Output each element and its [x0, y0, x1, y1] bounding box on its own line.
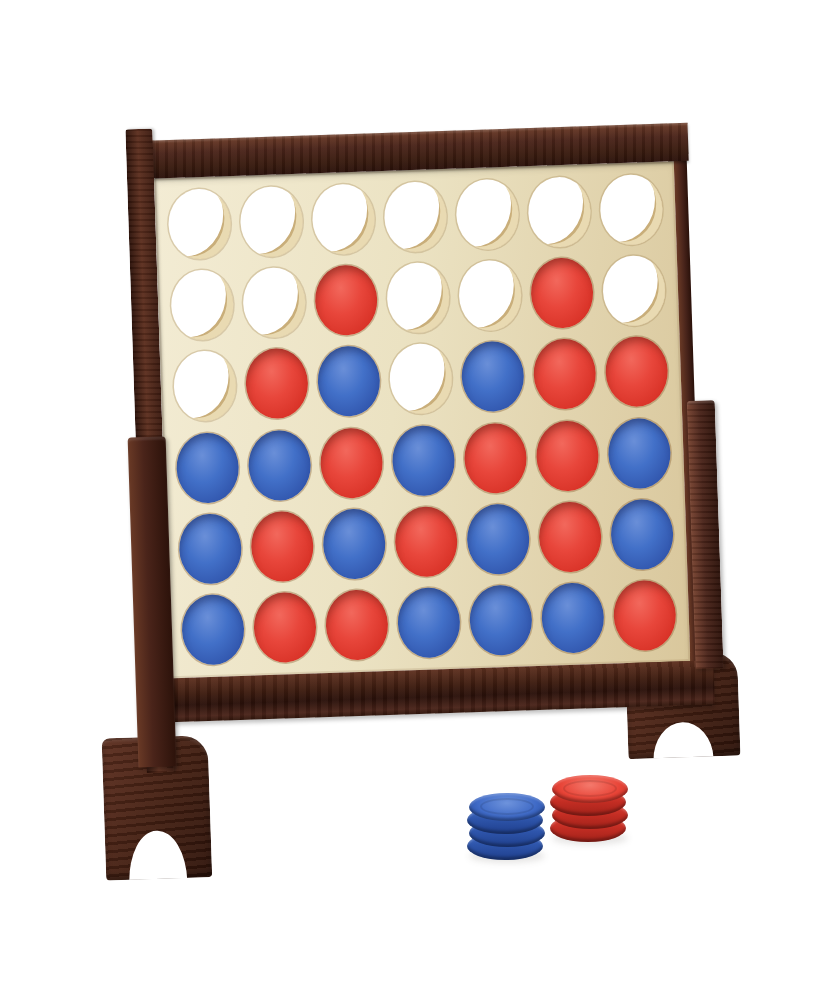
empty-hole	[170, 269, 234, 341]
cell-r3c4[interactable]	[384, 337, 459, 421]
blue-disc	[176, 432, 240, 504]
red-disc	[605, 336, 669, 408]
cell-r6c7[interactable]	[607, 574, 682, 658]
cell-r2c2[interactable]	[237, 261, 312, 345]
cell-r4c2[interactable]	[242, 423, 317, 507]
empty-hole	[239, 185, 303, 257]
empty-hole	[386, 262, 450, 334]
empty-hole	[389, 343, 453, 415]
blue-disc	[541, 582, 605, 654]
empty-hole	[458, 259, 522, 331]
blue-disc	[247, 429, 311, 501]
red-disc	[394, 506, 458, 578]
cell-r5c4[interactable]	[389, 500, 464, 584]
cell-r4c6[interactable]	[530, 414, 605, 498]
cell-r2c7[interactable]	[597, 249, 672, 333]
blue-disc	[317, 346, 381, 418]
cell-r1c6[interactable]	[522, 170, 597, 254]
empty-hole	[167, 188, 231, 260]
red-disc	[314, 264, 378, 336]
empty-hole	[242, 267, 306, 339]
cell-r2c5[interactable]	[453, 254, 528, 338]
blue-disc	[391, 424, 455, 496]
red-disc	[245, 348, 309, 420]
cell-r5c3[interactable]	[317, 502, 392, 586]
board-grid	[154, 161, 690, 678]
cell-r3c3[interactable]	[312, 340, 387, 424]
red-disc	[530, 257, 594, 329]
empty-hole	[383, 181, 447, 253]
cell-r3c6[interactable]	[527, 333, 602, 417]
empty-hole	[173, 350, 237, 422]
red-disc	[535, 420, 599, 492]
cell-r2c6[interactable]	[525, 251, 600, 335]
cell-r1c5[interactable]	[450, 172, 525, 256]
cell-r1c1[interactable]	[162, 182, 237, 266]
cell-r4c5[interactable]	[458, 416, 533, 500]
cell-r4c1[interactable]	[170, 426, 245, 510]
cell-r4c7[interactable]	[602, 411, 677, 495]
cell-r3c7[interactable]	[599, 330, 674, 414]
cell-r3c2[interactable]	[240, 342, 315, 426]
cell-r2c4[interactable]	[381, 256, 456, 340]
empty-hole	[602, 255, 666, 327]
cell-r1c3[interactable]	[306, 177, 381, 261]
cell-r4c3[interactable]	[314, 421, 389, 505]
cell-r2c3[interactable]	[309, 258, 384, 342]
blue-disc	[461, 341, 525, 413]
blue-disc	[178, 513, 242, 585]
board-panel	[154, 161, 690, 678]
blue-disc-stack[interactable]	[467, 786, 547, 860]
blue-disc	[607, 417, 671, 489]
blue-disc	[397, 587, 461, 659]
cell-r6c2[interactable]	[248, 586, 323, 670]
red-disc	[538, 501, 602, 573]
cell-r3c1[interactable]	[168, 344, 243, 428]
red-disc	[613, 580, 677, 652]
empty-hole	[599, 173, 663, 245]
cell-r6c4[interactable]	[392, 581, 467, 665]
cell-r6c5[interactable]	[464, 579, 539, 663]
blue-chip[interactable]	[469, 793, 545, 821]
red-disc	[250, 510, 314, 582]
blue-disc	[466, 503, 530, 575]
cell-r6c1[interactable]	[176, 588, 251, 672]
cell-r5c5[interactable]	[461, 497, 536, 581]
red-disc	[325, 589, 389, 661]
cell-r5c1[interactable]	[173, 507, 248, 591]
empty-hole	[311, 183, 375, 255]
cell-r1c4[interactable]	[378, 175, 453, 259]
red-disc	[319, 427, 383, 499]
cell-r6c3[interactable]	[320, 584, 395, 668]
blue-disc	[322, 508, 386, 580]
cell-r4c4[interactable]	[386, 419, 461, 503]
giant-connect-four-photo	[0, 0, 818, 1000]
cell-r6c6[interactable]	[536, 576, 611, 660]
cell-r1c7[interactable]	[594, 168, 669, 252]
cell-r3c5[interactable]	[455, 335, 530, 419]
red-disc-stack[interactable]	[550, 768, 630, 842]
cell-r1c2[interactable]	[234, 179, 309, 263]
cell-r5c7[interactable]	[605, 493, 680, 577]
cell-r2c1[interactable]	[165, 263, 240, 347]
red-disc	[253, 592, 317, 664]
empty-hole	[455, 178, 519, 250]
cell-r5c2[interactable]	[245, 505, 320, 589]
blue-disc	[181, 594, 245, 666]
wooden-stand	[79, 99, 755, 910]
red-chip[interactable]	[552, 775, 628, 803]
blue-disc	[469, 585, 533, 657]
blue-disc	[610, 499, 674, 571]
cell-r5c6[interactable]	[533, 495, 608, 579]
red-disc	[463, 422, 527, 494]
empty-hole	[527, 176, 591, 248]
red-disc	[533, 338, 597, 410]
